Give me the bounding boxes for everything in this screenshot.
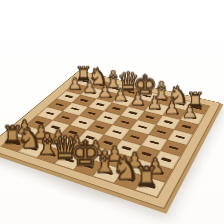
piece-black-pawn[interactable]: ♟ [83, 79, 98, 95]
piece-black-pawn[interactable]: ♟ [98, 83, 113, 99]
piece-white-rook[interactable]: ♜ [135, 164, 159, 191]
chess-board-frame: ♜♞♝♛♚♝♞♜♟♟♟♟♟♟♟♟♟♟♟♟♟♟♟♟♜♞♝♛♚♝♞♜ [0, 70, 221, 209]
piece-black-pawn[interactable]: ♟ [164, 98, 180, 115]
board-tilt: ♜♞♝♛♚♝♞♜♟♟♟♟♟♟♟♟♟♟♟♟♟♟♟♟♜♞♝♛♚♝♞♜ [0, 70, 221, 209]
chess-board: ♜♞♝♛♚♝♞♜♟♟♟♟♟♟♟♟♟♟♟♟♟♟♟♟♜♞♝♛♚♝♞♜ [0, 76, 210, 198]
piece-black-pawn[interactable]: ♟ [147, 94, 162, 111]
chess-set-photo: ♜♞♝♛♚♝♞♜♟♟♟♟♟♟♟♟♟♟♟♟♟♟♟♟♜♞♝♛♚♝♞♜ [0, 0, 224, 224]
square-h5[interactable] [167, 129, 193, 145]
piece-black-pawn[interactable]: ♟ [114, 86, 129, 103]
piece-black-pawn[interactable]: ♟ [68, 75, 82, 91]
piece-black-pawn[interactable]: ♟ [130, 90, 145, 107]
piece-black-pawn[interactable]: ♟ [182, 103, 198, 121]
